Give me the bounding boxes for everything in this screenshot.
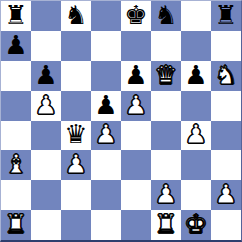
square-e3[interactable] bbox=[121, 150, 151, 180]
piece-black-king: ♚ bbox=[124, 2, 147, 28]
square-e8[interactable]: ♚ bbox=[121, 1, 151, 31]
square-g1[interactable]: ♚ bbox=[181, 210, 211, 240]
piece-black-pawn: ♟ bbox=[124, 62, 147, 88]
piece-white-pawn: ♟ bbox=[34, 92, 57, 118]
square-a3[interactable]: ♝ bbox=[1, 150, 31, 180]
square-b1[interactable] bbox=[31, 210, 61, 240]
square-f5[interactable] bbox=[151, 91, 181, 121]
piece-black-pawn: ♟ bbox=[184, 62, 207, 88]
square-c5[interactable] bbox=[61, 91, 91, 121]
square-h2[interactable]: ♟ bbox=[211, 180, 241, 210]
square-d4[interactable]: ♟ bbox=[91, 121, 121, 151]
square-a2[interactable] bbox=[1, 180, 31, 210]
square-e7[interactable] bbox=[121, 31, 151, 61]
square-d7[interactable] bbox=[91, 31, 121, 61]
square-e6[interactable]: ♟ bbox=[121, 61, 151, 91]
piece-white-bishop: ♝ bbox=[4, 151, 27, 177]
square-a1[interactable]: ♜ bbox=[1, 210, 31, 240]
square-b4[interactable] bbox=[31, 121, 61, 151]
piece-white-pawn: ♟ bbox=[94, 121, 117, 147]
square-d8[interactable] bbox=[91, 1, 121, 31]
square-e4[interactable] bbox=[121, 121, 151, 151]
square-h6[interactable]: ♞ bbox=[211, 61, 241, 91]
piece-white-pawn: ♟ bbox=[64, 151, 87, 177]
square-d6[interactable] bbox=[91, 61, 121, 91]
square-a8[interactable]: ♜ bbox=[1, 1, 31, 31]
square-c2[interactable] bbox=[61, 180, 91, 210]
piece-white-rook: ♜ bbox=[154, 211, 177, 237]
piece-black-knight: ♞ bbox=[154, 2, 177, 28]
square-h4[interactable] bbox=[211, 121, 241, 151]
square-a6[interactable] bbox=[1, 61, 31, 91]
square-g8[interactable] bbox=[181, 1, 211, 31]
square-e5[interactable]: ♟ bbox=[121, 91, 151, 121]
square-a5[interactable] bbox=[1, 91, 31, 121]
piece-black-pawn: ♟ bbox=[4, 32, 27, 58]
square-b5[interactable]: ♟ bbox=[31, 91, 61, 121]
piece-white-rook: ♜ bbox=[4, 211, 27, 237]
piece-black-queen: ♛ bbox=[64, 121, 87, 147]
piece-white-king: ♚ bbox=[184, 211, 207, 237]
square-f8[interactable]: ♞ bbox=[151, 1, 181, 31]
piece-white-knight: ♞ bbox=[214, 62, 237, 88]
piece-black-knight: ♞ bbox=[64, 2, 87, 28]
piece-white-pawn: ♟ bbox=[154, 181, 177, 207]
square-g6[interactable]: ♟ bbox=[181, 61, 211, 91]
square-h8[interactable]: ♜ bbox=[211, 1, 241, 31]
square-d1[interactable] bbox=[91, 210, 121, 240]
square-f2[interactable]: ♟ bbox=[151, 180, 181, 210]
square-h7[interactable] bbox=[211, 31, 241, 61]
square-f3[interactable] bbox=[151, 150, 181, 180]
square-c3[interactable]: ♟ bbox=[61, 150, 91, 180]
square-f1[interactable]: ♜ bbox=[151, 210, 181, 240]
square-e2[interactable] bbox=[121, 180, 151, 210]
square-c4[interactable]: ♛ bbox=[61, 121, 91, 151]
square-h5[interactable] bbox=[211, 91, 241, 121]
piece-black-rook: ♜ bbox=[214, 2, 237, 28]
piece-black-pawn: ♟ bbox=[34, 62, 57, 88]
square-g2[interactable] bbox=[181, 180, 211, 210]
square-b7[interactable] bbox=[31, 31, 61, 61]
square-g3[interactable] bbox=[181, 150, 211, 180]
square-a4[interactable] bbox=[1, 121, 31, 151]
chess-board: ♜♞♚♞♜♟♟♟♛♟♞♟♟♟♛♟♟♝♟♟♟♜♜♚ bbox=[0, 0, 242, 242]
square-c7[interactable] bbox=[61, 31, 91, 61]
square-b6[interactable]: ♟ bbox=[31, 61, 61, 91]
square-b2[interactable] bbox=[31, 180, 61, 210]
square-h3[interactable] bbox=[211, 150, 241, 180]
square-g5[interactable] bbox=[181, 91, 211, 121]
piece-black-pawn: ♟ bbox=[94, 92, 117, 118]
square-c8[interactable]: ♞ bbox=[61, 1, 91, 31]
square-d3[interactable] bbox=[91, 150, 121, 180]
piece-black-rook: ♜ bbox=[4, 2, 27, 28]
square-f4[interactable] bbox=[151, 121, 181, 151]
square-b8[interactable] bbox=[31, 1, 61, 31]
square-f7[interactable] bbox=[151, 31, 181, 61]
square-c6[interactable] bbox=[61, 61, 91, 91]
square-d2[interactable] bbox=[91, 180, 121, 210]
square-g4[interactable]: ♟ bbox=[181, 121, 211, 151]
piece-white-queen: ♛ bbox=[154, 62, 177, 88]
piece-white-pawn: ♟ bbox=[184, 121, 207, 147]
square-h1[interactable] bbox=[211, 210, 241, 240]
square-d5[interactable]: ♟ bbox=[91, 91, 121, 121]
piece-white-pawn: ♟ bbox=[124, 92, 147, 118]
square-b3[interactable] bbox=[31, 150, 61, 180]
piece-white-pawn: ♟ bbox=[214, 181, 237, 207]
square-e1[interactable] bbox=[121, 210, 151, 240]
square-c1[interactable] bbox=[61, 210, 91, 240]
square-g7[interactable] bbox=[181, 31, 211, 61]
square-a7[interactable]: ♟ bbox=[1, 31, 31, 61]
square-f6[interactable]: ♛ bbox=[151, 61, 181, 91]
